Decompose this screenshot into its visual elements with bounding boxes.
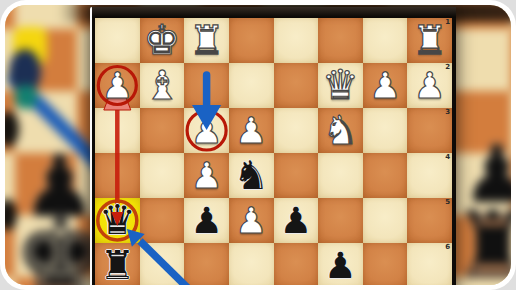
square-f6[interactable] [184,243,229,285]
square-e5[interactable] [229,198,274,243]
square-e2[interactable] [229,63,274,108]
square-e1[interactable] [229,18,274,63]
chess-screenshot-card: 123456 ♚♜♜♟♝♛♟♟♟♟♞♟♞♛♟♟♟♜♟ [90,7,456,285]
square-b1[interactable] [363,18,408,63]
square-a1[interactable]: 1 [407,18,452,63]
thumbnail-content: ♟ ♚ ♟ ♜ ♟ 123456 [5,5,511,285]
square-g2[interactable] [140,63,185,108]
square-c1[interactable] [318,18,363,63]
square-a2[interactable]: 2 [407,63,452,108]
square-h2[interactable] [95,63,140,108]
square-b4[interactable] [363,153,408,198]
square-g1[interactable] [140,18,185,63]
square-a6[interactable]: 6 [407,243,452,285]
square-h1[interactable] [95,18,140,63]
square-g3[interactable] [140,108,185,153]
square-h4[interactable] [95,153,140,198]
square-f5[interactable] [184,198,229,243]
square-b5[interactable] [363,198,408,243]
square-b6[interactable] [363,243,408,285]
white-rounded-frame: ♟ ♚ ♟ ♜ ♟ 123456 [0,0,516,290]
bg-teal-blob [15,85,37,109]
rank-label-5: 5 [445,199,450,206]
square-a3[interactable]: 3 [407,108,452,153]
rank-label-2: 2 [445,64,450,71]
square-f2[interactable] [184,63,229,108]
square-f4[interactable] [184,153,229,198]
square-d4[interactable] [274,153,319,198]
square-e3[interactable] [229,108,274,153]
square-h3[interactable] [95,108,140,153]
square-c5[interactable] [318,198,363,243]
square-c3[interactable] [318,108,363,153]
square-h5[interactable] [95,198,140,243]
bg-black-rook-bottom-right: ♜ [451,199,511,285]
square-e6[interactable] [229,243,274,285]
thumbnail: ♟ ♚ ♟ ♜ ♟ 123456 [0,0,516,290]
square-a4[interactable]: 4 [407,153,452,198]
rank-label-4: 4 [445,154,450,161]
square-d3[interactable] [274,108,319,153]
square-g4[interactable] [140,153,185,198]
chess-board: 123456 ♚♜♜♟♝♛♟♟♟♟♞♟♞♛♟♟♟♜♟ [95,18,452,285]
square-b2[interactable] [363,63,408,108]
square-f1[interactable] [184,18,229,63]
square-d2[interactable] [274,63,319,108]
square-a5[interactable]: 5 [407,198,452,243]
app-top-bar [92,7,456,18]
square-b3[interactable] [363,108,408,153]
square-e4[interactable] [229,153,274,198]
square-c6[interactable] [318,243,363,285]
rank-label-1: 1 [445,19,450,26]
square-g6[interactable] [140,243,185,285]
square-d6[interactable] [274,243,319,285]
square-h6[interactable] [95,243,140,285]
square-c2[interactable] [318,63,363,108]
square-g5[interactable] [140,198,185,243]
rank-label-3: 3 [445,109,450,116]
square-c4[interactable] [318,153,363,198]
square-f3[interactable] [184,108,229,153]
square-d5[interactable] [274,198,319,243]
square-d1[interactable] [274,18,319,63]
rank-label-6: 6 [445,244,450,251]
